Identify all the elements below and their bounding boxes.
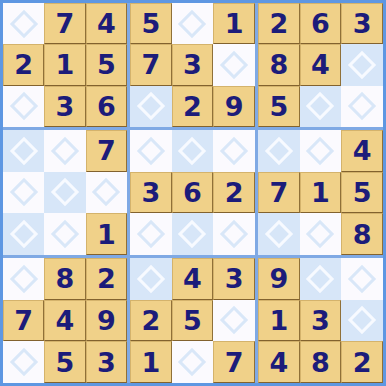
cell-r9c3: 3	[86, 341, 127, 383]
cell-r5c9: 5	[341, 172, 383, 214]
cell-r6c5[interactable]	[172, 213, 214, 255]
diamond-icon	[178, 137, 206, 165]
cell-r9c9: 2	[341, 341, 383, 383]
cell-r3c2: 3	[44, 86, 85, 127]
cell-r9c5[interactable]	[172, 341, 214, 383]
cell-r6c9: 8	[341, 213, 383, 255]
diamond-icon	[178, 10, 206, 38]
cell-r8c5: 5	[172, 300, 214, 342]
cell-r3c6: 9	[213, 86, 255, 127]
cell-r2c6[interactable]	[213, 44, 255, 85]
diamond-icon	[348, 306, 376, 334]
cell-r3c7: 5	[258, 86, 300, 127]
cell-r1c7: 2	[258, 3, 300, 44]
cell-r7c8[interactable]	[300, 258, 342, 300]
diamond-icon	[10, 10, 38, 38]
cell-r1c1[interactable]	[3, 3, 44, 44]
cell-r8c7: 1	[258, 300, 300, 342]
diamond-icon	[306, 137, 334, 165]
cell-r5c4: 3	[130, 172, 172, 214]
cell-r5c8: 1	[300, 172, 342, 214]
diamond-icon	[348, 265, 376, 293]
cell-r2c7: 8	[258, 44, 300, 85]
diamond-icon	[348, 92, 376, 120]
cell-r1c8: 6	[300, 3, 342, 44]
cell-r8c9[interactable]	[341, 300, 383, 342]
cell-r1c2: 7	[44, 3, 85, 44]
cell-r7c4[interactable]	[130, 258, 172, 300]
cell-r7c7: 9	[258, 258, 300, 300]
cell-r5c3[interactable]	[86, 172, 127, 214]
cell-r4c1[interactable]	[3, 130, 44, 172]
cell-r8c3: 9	[86, 300, 127, 342]
box-9: 913482	[258, 258, 383, 383]
diamond-icon	[137, 265, 165, 293]
diamond-icon	[10, 178, 38, 206]
diamond-icon	[306, 92, 334, 120]
cell-r4c7[interactable]	[258, 130, 300, 172]
diamond-icon	[265, 220, 293, 248]
diamond-icon	[92, 178, 120, 206]
cell-r9c8: 8	[300, 341, 342, 383]
box-6: 47158	[258, 130, 383, 255]
cell-r3c3: 6	[86, 86, 127, 127]
diamond-icon	[10, 92, 38, 120]
cell-r8c1: 7	[3, 300, 44, 342]
cell-r1c5[interactable]	[172, 3, 214, 44]
cell-r1c4: 5	[130, 3, 172, 44]
cell-r2c3: 5	[86, 44, 127, 85]
sudoku-board: 7421536517329263845713624715882749534325…	[0, 0, 386, 386]
diamond-icon	[306, 220, 334, 248]
diamond-icon	[348, 51, 376, 79]
box-3: 263845	[258, 3, 383, 127]
cell-r9c7: 4	[258, 341, 300, 383]
cell-r5c5: 6	[172, 172, 214, 214]
diamond-icon	[137, 220, 165, 248]
cell-r2c4: 7	[130, 44, 172, 85]
diamond-icon	[178, 348, 206, 376]
cell-r5c2[interactable]	[44, 172, 85, 214]
cell-r1c6: 1	[213, 3, 255, 44]
diamond-icon	[137, 137, 165, 165]
diamond-icon	[51, 178, 79, 206]
cell-r8c6[interactable]	[213, 300, 255, 342]
diamond-icon	[137, 92, 165, 120]
cell-r4c5[interactable]	[172, 130, 214, 172]
cell-r4c2[interactable]	[44, 130, 85, 172]
box-1: 7421536	[3, 3, 127, 127]
cell-r6c8[interactable]	[300, 213, 342, 255]
diamond-icon	[220, 51, 248, 79]
cell-r4c6[interactable]	[213, 130, 255, 172]
cell-r3c1[interactable]	[3, 86, 44, 127]
cell-r9c4: 1	[130, 341, 172, 383]
box-8: 432517	[130, 258, 255, 383]
cell-r2c1: 2	[3, 44, 44, 85]
cell-r7c1[interactable]	[3, 258, 44, 300]
cell-r7c5: 4	[172, 258, 214, 300]
cell-r6c2[interactable]	[44, 213, 85, 255]
cell-r4c8[interactable]	[300, 130, 342, 172]
cell-r6c6[interactable]	[213, 213, 255, 255]
cell-r1c3: 4	[86, 3, 127, 44]
cell-r7c6: 3	[213, 258, 255, 300]
cell-r7c2: 8	[44, 258, 85, 300]
cell-r8c2: 4	[44, 300, 85, 342]
cell-r8c4: 2	[130, 300, 172, 342]
diamond-icon	[220, 137, 248, 165]
cell-r6c7[interactable]	[258, 213, 300, 255]
box-4: 71	[3, 130, 127, 255]
cell-r6c1[interactable]	[3, 213, 44, 255]
diamond-icon	[265, 137, 293, 165]
cell-r4c9: 4	[341, 130, 383, 172]
diamond-icon	[10, 265, 38, 293]
cell-r1c9: 3	[341, 3, 383, 44]
diamond-icon	[306, 265, 334, 293]
cell-r2c2: 1	[44, 44, 85, 85]
cell-r9c1[interactable]	[3, 341, 44, 383]
diamond-icon	[10, 348, 38, 376]
diamond-icon	[178, 220, 206, 248]
cell-r2c8: 4	[300, 44, 342, 85]
diamond-icon	[10, 137, 38, 165]
cell-r3c8[interactable]	[300, 86, 342, 127]
cell-r3c5: 2	[172, 86, 214, 127]
cell-r5c1[interactable]	[3, 172, 44, 214]
cell-r9c6: 7	[213, 341, 255, 383]
diamond-icon	[51, 220, 79, 248]
box-5: 362	[130, 130, 255, 255]
cell-r4c4[interactable]	[130, 130, 172, 172]
cell-r2c9[interactable]	[341, 44, 383, 85]
diamond-icon	[10, 220, 38, 248]
cell-r7c9[interactable]	[341, 258, 383, 300]
box-7: 8274953	[3, 258, 127, 383]
cell-r6c4[interactable]	[130, 213, 172, 255]
cell-r2c5: 3	[172, 44, 214, 85]
box-2: 517329	[130, 3, 255, 127]
cell-r6c3: 1	[86, 213, 127, 255]
cell-r5c7: 7	[258, 172, 300, 214]
diamond-icon	[220, 306, 248, 334]
cell-r3c9[interactable]	[341, 86, 383, 127]
cell-r4c3: 7	[86, 130, 127, 172]
cell-r7c3: 2	[86, 258, 127, 300]
cell-r9c2: 5	[44, 341, 85, 383]
cell-r8c8: 3	[300, 300, 342, 342]
cell-r3c4[interactable]	[130, 86, 172, 127]
diamond-icon	[51, 137, 79, 165]
diamond-icon	[220, 220, 248, 248]
cell-r5c6: 2	[213, 172, 255, 214]
